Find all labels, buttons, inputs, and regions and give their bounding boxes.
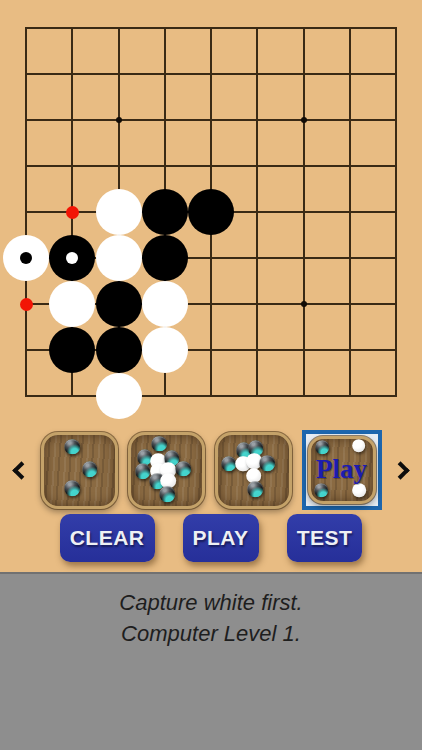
white-thumb-stone [352, 439, 366, 453]
white-stone [49, 281, 95, 327]
dark-thumb-stone [175, 461, 191, 477]
action-button-row: CLEAR PLAY TEST [0, 514, 422, 562]
red-dot-marker [66, 206, 79, 219]
star-point [116, 117, 122, 123]
star-point [301, 301, 307, 307]
clear-button[interactable]: CLEAR [60, 514, 155, 562]
dark-thumb-stone [314, 484, 328, 498]
white-stone [96, 189, 142, 235]
grid-line [349, 27, 351, 397]
chevron-right-icon [391, 461, 409, 479]
dark-thumb-stone [160, 486, 176, 502]
black-stone [49, 327, 95, 373]
dark-thumb-stone [151, 436, 167, 452]
black-stone [142, 235, 188, 281]
dark-thumb-stone [64, 481, 80, 497]
dark-thumb-stone [82, 461, 98, 477]
play-button[interactable]: PLAY [183, 514, 259, 562]
dark-thumb-stone [315, 440, 329, 454]
white-thumb-stone [353, 484, 367, 498]
go-board[interactable] [26, 28, 396, 396]
status-bar: Capture white first. Computer Level 1. [0, 572, 422, 750]
red-dot-marker [20, 298, 33, 311]
selected-puzzle-frame: Play [302, 430, 382, 510]
black-dot-marker [20, 252, 32, 264]
grid-line [395, 27, 397, 397]
status-line-1: Capture white first. [0, 587, 422, 618]
test-button[interactable]: TEST [287, 514, 363, 562]
dark-thumb-stone [247, 481, 263, 497]
next-puzzle-button[interactable] [392, 455, 410, 485]
puzzle-thumbnail-2[interactable] [128, 432, 205, 509]
white-stone [142, 327, 188, 373]
chevron-left-icon [12, 461, 30, 479]
black-stone [188, 189, 234, 235]
black-stone [96, 327, 142, 373]
dark-thumb-stone [135, 464, 151, 480]
grid-line [256, 27, 258, 397]
prev-puzzle-button[interactable] [13, 455, 31, 485]
dark-thumb-stone [259, 455, 275, 471]
white-stone [96, 235, 142, 281]
puzzle-thumbnail-3[interactable] [215, 432, 292, 509]
app-screen: Play CLEAR PLAY TEST Capture white first… [0, 0, 422, 750]
white-stone [96, 373, 142, 419]
puzzle-thumbnail-4[interactable]: Play [308, 436, 376, 504]
black-stone [142, 189, 188, 235]
grid-line [303, 27, 305, 397]
grid-line [25, 395, 397, 397]
status-line-2: Computer Level 1. [0, 618, 422, 649]
play-thumbnail-label: Play [316, 454, 367, 485]
puzzle-carousel: Play [0, 427, 422, 513]
puzzle-thumbnail-1[interactable] [41, 432, 118, 509]
white-stone [142, 281, 188, 327]
black-stone [96, 281, 142, 327]
star-point [301, 117, 307, 123]
dark-thumb-stone [64, 439, 80, 455]
